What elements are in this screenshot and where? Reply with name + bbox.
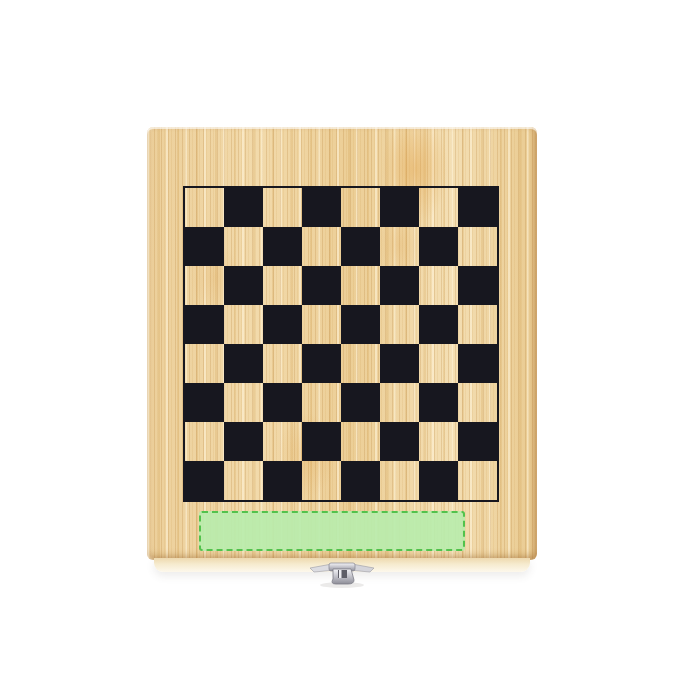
square-e8 xyxy=(341,188,380,227)
square-b2 xyxy=(224,422,263,461)
square-d4 xyxy=(302,344,341,383)
square-b8 xyxy=(224,188,263,227)
customization-print-area xyxy=(199,511,465,551)
square-d1 xyxy=(302,461,341,500)
square-d8 xyxy=(302,188,341,227)
square-c7 xyxy=(263,227,302,266)
square-g6 xyxy=(419,266,458,305)
square-g8 xyxy=(419,188,458,227)
square-e3 xyxy=(341,383,380,422)
chess-board xyxy=(183,186,499,502)
square-h5 xyxy=(458,305,497,344)
bamboo-chess-box-lid xyxy=(147,127,537,560)
square-g3 xyxy=(419,383,458,422)
square-b5 xyxy=(224,305,263,344)
square-b7 xyxy=(224,227,263,266)
square-g5 xyxy=(419,305,458,344)
square-g4 xyxy=(419,344,458,383)
square-f1 xyxy=(380,461,419,500)
square-b4 xyxy=(224,344,263,383)
square-f8 xyxy=(380,188,419,227)
square-a4 xyxy=(185,344,224,383)
square-c6 xyxy=(263,266,302,305)
square-c3 xyxy=(263,383,302,422)
square-d5 xyxy=(302,305,341,344)
square-a6 xyxy=(185,266,224,305)
square-e6 xyxy=(341,266,380,305)
square-g7 xyxy=(419,227,458,266)
square-h8 xyxy=(458,188,497,227)
square-b6 xyxy=(224,266,263,305)
metal-clasp-icon xyxy=(309,559,375,589)
square-c1 xyxy=(263,461,302,500)
square-f3 xyxy=(380,383,419,422)
square-c5 xyxy=(263,305,302,344)
square-a7 xyxy=(185,227,224,266)
square-a1 xyxy=(185,461,224,500)
square-h7 xyxy=(458,227,497,266)
square-d6 xyxy=(302,266,341,305)
square-b3 xyxy=(224,383,263,422)
square-c4 xyxy=(263,344,302,383)
square-f5 xyxy=(380,305,419,344)
square-a3 xyxy=(185,383,224,422)
square-e1 xyxy=(341,461,380,500)
square-c8 xyxy=(263,188,302,227)
square-e2 xyxy=(341,422,380,461)
square-f6 xyxy=(380,266,419,305)
square-d2 xyxy=(302,422,341,461)
square-d7 xyxy=(302,227,341,266)
square-e7 xyxy=(341,227,380,266)
square-h2 xyxy=(458,422,497,461)
square-a5 xyxy=(185,305,224,344)
square-f7 xyxy=(380,227,419,266)
square-f4 xyxy=(380,344,419,383)
square-f2 xyxy=(380,422,419,461)
square-g1 xyxy=(419,461,458,500)
square-a2 xyxy=(185,422,224,461)
square-c2 xyxy=(263,422,302,461)
square-g2 xyxy=(419,422,458,461)
square-e4 xyxy=(341,344,380,383)
square-d3 xyxy=(302,383,341,422)
square-h1 xyxy=(458,461,497,500)
square-h4 xyxy=(458,344,497,383)
square-a8 xyxy=(185,188,224,227)
square-b1 xyxy=(224,461,263,500)
square-h3 xyxy=(458,383,497,422)
square-h6 xyxy=(458,266,497,305)
product-photo-scene xyxy=(0,0,700,700)
square-e5 xyxy=(341,305,380,344)
